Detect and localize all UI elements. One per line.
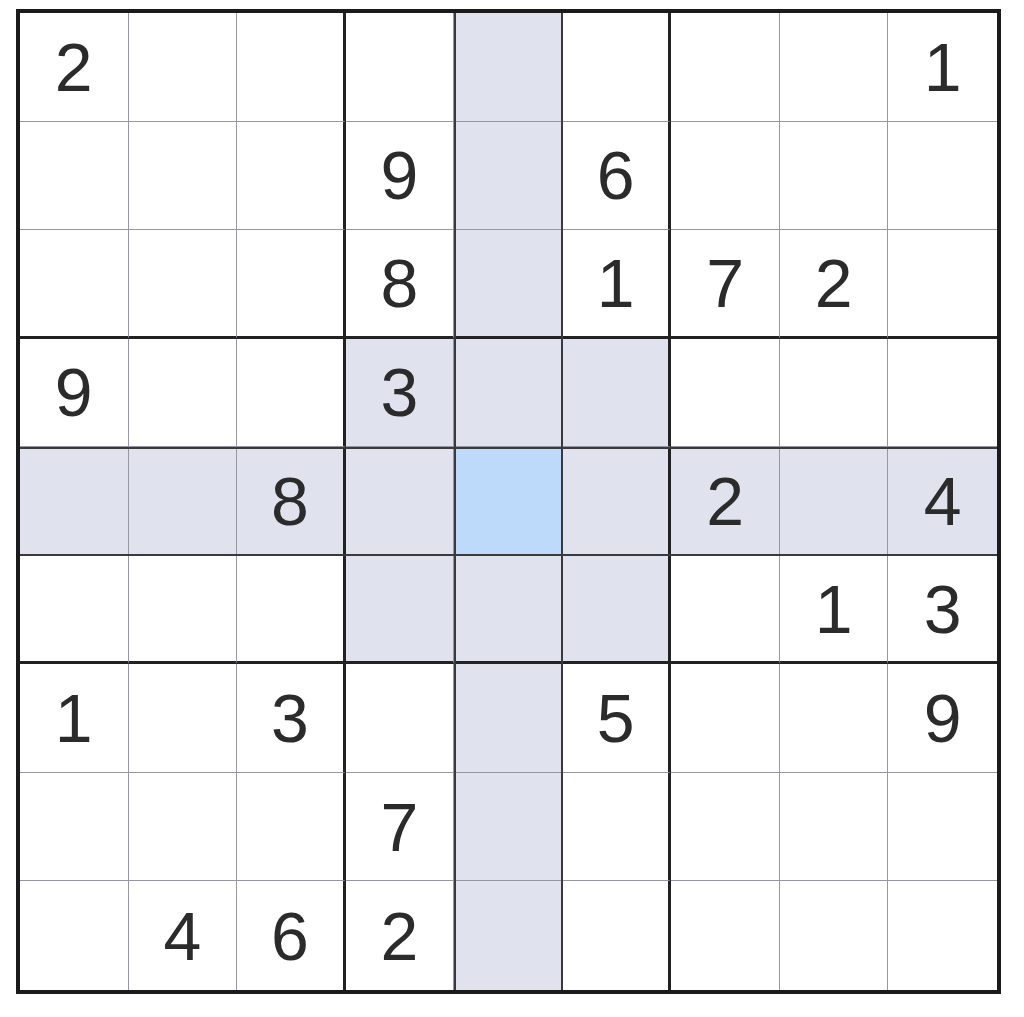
given-digit: 8 bbox=[381, 249, 419, 317]
cell-r1c2[interactable] bbox=[129, 13, 238, 122]
cell-r4c5[interactable] bbox=[454, 339, 563, 448]
given-digit: 7 bbox=[706, 249, 744, 317]
cell-r2c7[interactable] bbox=[671, 122, 780, 231]
given-digit: 4 bbox=[924, 467, 962, 535]
cell-r3c9[interactable] bbox=[888, 230, 997, 339]
cell-r9c3[interactable]: 6 bbox=[237, 881, 346, 990]
cell-r9c4[interactable]: 2 bbox=[346, 881, 455, 990]
cell-r5c5[interactable] bbox=[454, 447, 563, 556]
cell-r6c1[interactable] bbox=[20, 556, 129, 665]
cell-r3c2[interactable] bbox=[129, 230, 238, 339]
cell-r3c6[interactable]: 1 bbox=[563, 230, 672, 339]
given-digit: 6 bbox=[597, 141, 635, 209]
cell-r1c9[interactable]: 1 bbox=[888, 13, 997, 122]
cell-r5c6[interactable] bbox=[563, 447, 672, 556]
cell-r9c9[interactable] bbox=[888, 881, 997, 990]
cell-r8c7[interactable] bbox=[671, 773, 780, 882]
given-digit: 3 bbox=[924, 575, 962, 643]
cell-r4c4[interactable]: 3 bbox=[346, 339, 455, 448]
cell-r8c9[interactable] bbox=[888, 773, 997, 882]
given-digit: 5 bbox=[597, 684, 635, 752]
given-digit: 4 bbox=[163, 902, 201, 970]
cell-r2c6[interactable]: 6 bbox=[563, 122, 672, 231]
cell-r2c9[interactable] bbox=[888, 122, 997, 231]
cell-r1c8[interactable] bbox=[780, 13, 889, 122]
cell-r4c3[interactable] bbox=[237, 339, 346, 448]
cell-r5c3[interactable]: 8 bbox=[237, 447, 346, 556]
sudoku-board: 21968172938241313597462 bbox=[16, 9, 1001, 994]
cell-r1c3[interactable] bbox=[237, 13, 346, 122]
given-digit: 6 bbox=[271, 902, 309, 970]
cell-r3c8[interactable]: 2 bbox=[780, 230, 889, 339]
cell-r3c5[interactable] bbox=[454, 230, 563, 339]
cell-r5c2[interactable] bbox=[129, 447, 238, 556]
cell-r2c3[interactable] bbox=[237, 122, 346, 231]
cell-r9c8[interactable] bbox=[780, 881, 889, 990]
given-digit: 7 bbox=[381, 793, 419, 861]
cell-r8c2[interactable] bbox=[129, 773, 238, 882]
cell-r6c6[interactable] bbox=[563, 556, 672, 665]
cell-r2c4[interactable]: 9 bbox=[346, 122, 455, 231]
given-digit: 2 bbox=[381, 902, 419, 970]
cell-r6c8[interactable]: 1 bbox=[780, 556, 889, 665]
cell-r3c4[interactable]: 8 bbox=[346, 230, 455, 339]
cell-r1c7[interactable] bbox=[671, 13, 780, 122]
cell-r8c5[interactable] bbox=[454, 773, 563, 882]
cell-r1c6[interactable] bbox=[563, 13, 672, 122]
cell-r2c8[interactable] bbox=[780, 122, 889, 231]
given-digit: 2 bbox=[55, 33, 93, 101]
cell-r1c5[interactable] bbox=[454, 13, 563, 122]
given-digit: 9 bbox=[55, 358, 93, 426]
cell-r8c1[interactable] bbox=[20, 773, 129, 882]
cell-r3c7[interactable]: 7 bbox=[671, 230, 780, 339]
cell-r3c1[interactable] bbox=[20, 230, 129, 339]
cell-r8c4[interactable]: 7 bbox=[346, 773, 455, 882]
cell-r2c2[interactable] bbox=[129, 122, 238, 231]
cell-r4c7[interactable] bbox=[671, 339, 780, 448]
cell-r8c8[interactable] bbox=[780, 773, 889, 882]
cell-r7c3[interactable]: 3 bbox=[237, 664, 346, 773]
given-digit: 9 bbox=[381, 141, 419, 209]
cell-r1c1[interactable]: 2 bbox=[20, 13, 129, 122]
cell-r2c1[interactable] bbox=[20, 122, 129, 231]
cell-r7c9[interactable]: 9 bbox=[888, 664, 997, 773]
cell-r6c7[interactable] bbox=[671, 556, 780, 665]
given-digit: 1 bbox=[815, 575, 853, 643]
cell-r9c5[interactable] bbox=[454, 881, 563, 990]
cell-r6c3[interactable] bbox=[237, 556, 346, 665]
cell-r7c1[interactable]: 1 bbox=[20, 664, 129, 773]
cell-r9c6[interactable] bbox=[563, 881, 672, 990]
cell-r9c1[interactable] bbox=[20, 881, 129, 990]
sudoku-app: 21968172938241313597462 bbox=[16, 9, 1001, 994]
cell-r7c8[interactable] bbox=[780, 664, 889, 773]
cell-r4c8[interactable] bbox=[780, 339, 889, 448]
cell-r4c2[interactable] bbox=[129, 339, 238, 448]
cell-r5c1[interactable] bbox=[20, 447, 129, 556]
cell-r5c8[interactable] bbox=[780, 447, 889, 556]
given-digit: 2 bbox=[706, 467, 744, 535]
cell-r8c6[interactable] bbox=[563, 773, 672, 882]
given-digit: 1 bbox=[924, 33, 962, 101]
cell-r4c6[interactable] bbox=[563, 339, 672, 448]
cell-r7c5[interactable] bbox=[454, 664, 563, 773]
cell-r9c7[interactable] bbox=[671, 881, 780, 990]
given-digit: 1 bbox=[597, 249, 635, 317]
cell-r6c4[interactable] bbox=[346, 556, 455, 665]
cell-r1c4[interactable] bbox=[346, 13, 455, 122]
cell-r7c6[interactable]: 5 bbox=[563, 664, 672, 773]
cell-r7c2[interactable] bbox=[129, 664, 238, 773]
given-digit: 9 bbox=[924, 684, 962, 752]
cell-r5c9[interactable]: 4 bbox=[888, 447, 997, 556]
cell-r8c3[interactable] bbox=[237, 773, 346, 882]
cell-r5c4[interactable] bbox=[346, 447, 455, 556]
cell-r5c7[interactable]: 2 bbox=[671, 447, 780, 556]
cell-r3c3[interactable] bbox=[237, 230, 346, 339]
given-digit: 3 bbox=[381, 358, 419, 426]
cell-r6c9[interactable]: 3 bbox=[888, 556, 997, 665]
cell-r7c7[interactable] bbox=[671, 664, 780, 773]
cell-r2c5[interactable] bbox=[454, 122, 563, 231]
cell-r6c5[interactable] bbox=[454, 556, 563, 665]
cell-r4c9[interactable] bbox=[888, 339, 997, 448]
given-digit: 2 bbox=[815, 249, 853, 317]
cell-r7c4[interactable] bbox=[346, 664, 455, 773]
cell-r6c2[interactable] bbox=[129, 556, 238, 665]
given-digit: 1 bbox=[55, 684, 93, 752]
given-digit: 8 bbox=[271, 467, 309, 535]
given-digit: 3 bbox=[271, 684, 309, 752]
cell-r4c1[interactable]: 9 bbox=[20, 339, 129, 448]
cell-r9c2[interactable]: 4 bbox=[129, 881, 238, 990]
